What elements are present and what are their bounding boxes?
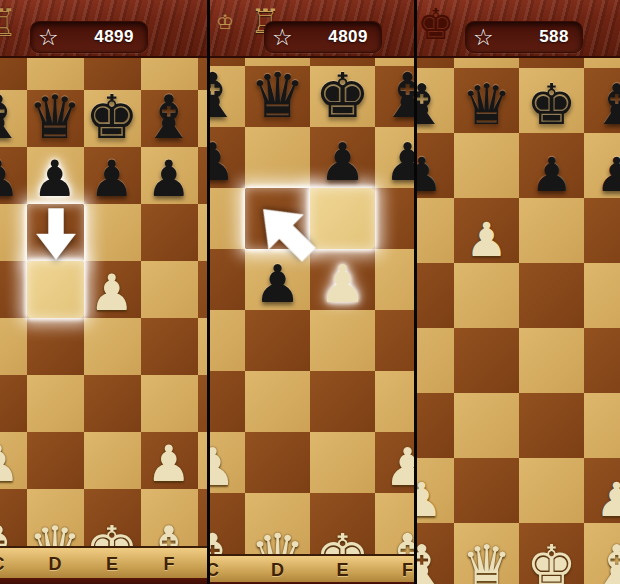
- file-label-E: E: [106, 548, 118, 580]
- square-e3[interactable]: [519, 393, 584, 458]
- white-pawn-c2[interactable]: ♟: [210, 432, 245, 493]
- file-label-C: C: [0, 548, 5, 580]
- black-bishop-c8[interactable]: ♝: [417, 68, 454, 133]
- square-e5[interactable]: [519, 263, 584, 328]
- player-score: 4809: [328, 22, 368, 52]
- square-f4[interactable]: [584, 328, 620, 393]
- black-pawn-c7[interactable]: ♟: [210, 127, 245, 188]
- square-c4[interactable]: [417, 328, 454, 393]
- square-e4[interactable]: [310, 310, 375, 371]
- black-pawn-e7[interactable]: ♟: [84, 147, 141, 204]
- white-pawn-c2[interactable]: ♟: [0, 432, 27, 489]
- square-d2[interactable]: [27, 432, 84, 489]
- white-pawn-f2[interactable]: ♟: [141, 432, 198, 489]
- score-box[interactable]: ☆ 4809: [264, 21, 382, 53]
- chess-app-screenshot-collage: ♖ ☆ 4899 ♝♛♚♝♟♟♟♟♟♟♟♝♛♚♝ CDEF ♔ ♖ ☆ 4809…: [0, 0, 620, 584]
- square-d7[interactable]: [454, 133, 519, 198]
- square-f6[interactable]: [375, 188, 414, 249]
- file-coordinates-strip: CDEF: [0, 546, 207, 582]
- square-f5[interactable]: [584, 263, 620, 328]
- square-g2[interactable]: [198, 432, 208, 489]
- square-f6[interactable]: [584, 198, 620, 263]
- white-queen-d1[interactable]: ♛: [454, 529, 519, 584]
- square-e2[interactable]: [519, 458, 584, 523]
- top-bar: ♔ ♖ ☆ 4809: [210, 0, 414, 58]
- square-d4[interactable]: [27, 318, 84, 375]
- black-king-e8[interactable]: ♚: [519, 68, 584, 133]
- square-c4[interactable]: [0, 318, 27, 375]
- square-f3[interactable]: [141, 375, 198, 432]
- square-c6[interactable]: [210, 188, 245, 249]
- square-e2[interactable]: [310, 432, 375, 493]
- square-g8[interactable]: [198, 90, 208, 147]
- file-label-F: F: [164, 548, 175, 580]
- star-outline-icon: ☆: [38, 23, 59, 51]
- score-box[interactable]: ☆ 4899: [30, 21, 148, 53]
- square-c3[interactable]: [210, 371, 245, 432]
- black-pawn-e7[interactable]: ♟: [519, 133, 584, 198]
- black-pawn-f7[interactable]: ♟: [375, 127, 414, 188]
- white-pawn-f2[interactable]: ♟: [584, 458, 620, 523]
- square-f3[interactable]: [375, 371, 414, 432]
- square-f6[interactable]: [141, 204, 198, 261]
- black-king-e8[interactable]: ♚: [310, 66, 375, 127]
- square-d3[interactable]: [454, 393, 519, 458]
- square-g7[interactable]: [198, 147, 208, 204]
- king-trophy-icon: ♚: [417, 4, 455, 46]
- square-g1[interactable]: [198, 489, 208, 546]
- square-g5[interactable]: [198, 261, 208, 318]
- white-pawn-f2[interactable]: ♟: [375, 432, 414, 493]
- square-c5[interactable]: [210, 249, 245, 310]
- file-label-D: D: [271, 556, 284, 584]
- black-queen-d8[interactable]: ♛: [454, 68, 519, 133]
- square-f3[interactable]: [584, 393, 620, 458]
- king-trophy-small-icon: ♔: [216, 10, 234, 34]
- black-king-e8[interactable]: ♚: [84, 90, 141, 147]
- square-g3[interactable]: [198, 375, 208, 432]
- rook-trophy-icon: ♖: [0, 4, 18, 42]
- white-pawn-c2[interactable]: ♟: [417, 458, 454, 523]
- white-bishop-f1[interactable]: ♝: [584, 529, 620, 584]
- square-d3[interactable]: [27, 375, 84, 432]
- square-e3[interactable]: [84, 375, 141, 432]
- white-bishop-c1[interactable]: ♝: [417, 529, 454, 584]
- file-coordinates-strip: CDEF: [210, 554, 414, 584]
- panel-center-en-passant-capture: ♔ ♖ ☆ 4809 ♝♛♚♝♟♟♟♟♟♟♟♝♛♚♝ CDEF: [207, 0, 414, 584]
- square-c6[interactable]: [0, 204, 27, 261]
- board-frame-wood: [0, 578, 207, 584]
- board-edge-filler: [198, 56, 208, 90]
- move-arrow-down: [32, 207, 80, 261]
- square-d4[interactable]: [245, 310, 310, 371]
- black-queen-d8[interactable]: ♛: [245, 66, 310, 127]
- black-pawn-d7[interactable]: ♟: [27, 147, 84, 204]
- score-box[interactable]: ☆ 588: [465, 21, 583, 53]
- square-f5[interactable]: [141, 261, 198, 318]
- player-score: 588: [539, 22, 569, 52]
- black-bishop-f8[interactable]: ♝: [141, 90, 198, 147]
- file-label-C: C: [210, 556, 219, 584]
- star-outline-icon: ☆: [473, 23, 494, 51]
- square-d4[interactable]: [454, 328, 519, 393]
- file-label-F: F: [402, 556, 413, 584]
- square-c3[interactable]: [0, 375, 27, 432]
- square-e6[interactable]: [84, 204, 141, 261]
- square-e6[interactable]: [519, 198, 584, 263]
- square-c6[interactable]: [417, 198, 454, 263]
- black-pawn-f7[interactable]: ♟: [141, 147, 198, 204]
- black-pawn-c7[interactable]: ♟: [417, 133, 454, 198]
- square-e3[interactable]: [310, 371, 375, 432]
- square-c4[interactable]: [210, 310, 245, 371]
- player-score: 4899: [94, 22, 134, 52]
- black-pawn-e7[interactable]: ♟: [310, 127, 375, 188]
- file-label-E: E: [336, 556, 348, 584]
- black-queen-d8[interactable]: ♛: [27, 90, 84, 147]
- square-c5[interactable]: [417, 263, 454, 328]
- square-g6[interactable]: [198, 204, 208, 261]
- star-outline-icon: ☆: [272, 23, 293, 51]
- chess-board: ♝♛♚♝♟♟♟♟♟♟♟♝♛♚♝ CDEF: [210, 56, 414, 584]
- panel-left-en-passant-setup: ♖ ☆ 4899 ♝♛♚♝♟♟♟♟♟♟♟♝♛♚♝ CDEF: [0, 0, 207, 584]
- square-e2[interactable]: [84, 432, 141, 489]
- square-f4[interactable]: [141, 318, 198, 375]
- square-d2[interactable]: [454, 458, 519, 523]
- white-pawn-d6[interactable]: ♟: [454, 198, 519, 263]
- square-d5[interactable]: [454, 263, 519, 328]
- chess-board: ♝♛♚♝♟♟♟♟♟♟♟♝♛♚♝ CDEF: [0, 56, 207, 584]
- square-d7[interactable]: [245, 127, 310, 188]
- black-pawn-f7[interactable]: ♟: [584, 133, 620, 198]
- black-bishop-f8[interactable]: ♝: [375, 66, 414, 127]
- black-bishop-f8[interactable]: ♝: [584, 68, 620, 133]
- panel-right-after-capture: ♚ ☆ 588 ♝♛♚♝♟♟♟♟♟♟♝♛♚♝: [414, 0, 620, 584]
- black-bishop-c8[interactable]: ♝: [0, 90, 27, 147]
- top-bar: ♖ ☆ 4899: [0, 0, 207, 58]
- square-c3[interactable]: [417, 393, 454, 458]
- black-bishop-c8[interactable]: ♝: [210, 66, 245, 127]
- square-d2[interactable]: [245, 432, 310, 493]
- file-label-D: D: [49, 548, 62, 580]
- square-c5[interactable]: [0, 261, 27, 318]
- square-g4[interactable]: [198, 318, 208, 375]
- square-e4[interactable]: [84, 318, 141, 375]
- top-bar: ♚ ☆ 588: [417, 0, 620, 58]
- square-d5[interactable]: [27, 261, 84, 318]
- square-d3[interactable]: [245, 371, 310, 432]
- square-e4[interactable]: [519, 328, 584, 393]
- white-king-e1[interactable]: ♚: [519, 529, 584, 584]
- square-f5[interactable]: [375, 249, 414, 310]
- chess-board: ♝♛♚♝♟♟♟♟♟♟♝♛♚♝: [417, 56, 620, 584]
- black-pawn-c7[interactable]: ♟: [0, 147, 27, 204]
- white-pawn-e5[interactable]: ♟: [84, 261, 141, 318]
- white-pawn-e5[interactable]: ♟: [310, 249, 375, 310]
- square-f4[interactable]: [375, 310, 414, 371]
